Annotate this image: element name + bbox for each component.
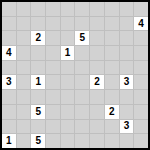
cell-r9c5[interactable] — [75, 134, 89, 148]
cell-r3c3[interactable] — [46, 46, 60, 60]
cell-r4c4[interactable] — [61, 61, 75, 75]
cell-r4c0[interactable] — [2, 61, 16, 75]
clue-cell-r2c5: 5 — [75, 31, 89, 45]
puzzle-grid: 42541312352315 — [2, 2, 148, 148]
cell-r9c9[interactable] — [134, 134, 148, 148]
cell-r9c7[interactable] — [105, 134, 119, 148]
cell-r6c3[interactable] — [46, 90, 60, 104]
cell-r0c7[interactable] — [105, 2, 119, 16]
cell-r4c9[interactable] — [134, 61, 148, 75]
cell-r1c6[interactable] — [90, 17, 104, 31]
cell-r0c1[interactable] — [17, 2, 31, 16]
cell-r1c1[interactable] — [17, 17, 31, 31]
cell-r2c9[interactable] — [134, 31, 148, 45]
cell-r4c6[interactable] — [90, 61, 104, 75]
cell-r8c5[interactable] — [75, 120, 89, 134]
cell-r3c1[interactable] — [17, 46, 31, 60]
cell-r6c6[interactable] — [90, 90, 104, 104]
cell-r0c4[interactable] — [61, 2, 75, 16]
clue-cell-r8c8: 3 — [120, 120, 134, 134]
cell-r2c7[interactable] — [105, 31, 119, 45]
clue-cell-r2c2: 2 — [31, 31, 45, 45]
cell-r5c4[interactable] — [61, 75, 75, 89]
cell-r3c5[interactable] — [75, 46, 89, 60]
cell-r6c0[interactable] — [2, 90, 16, 104]
cell-r3c8[interactable] — [120, 46, 134, 60]
clue-cell-r9c0: 1 — [2, 134, 16, 148]
cell-r6c8[interactable] — [120, 90, 134, 104]
cell-r3c9[interactable] — [134, 46, 148, 60]
cell-r8c9[interactable] — [134, 120, 148, 134]
cell-r2c1[interactable] — [17, 31, 31, 45]
cell-r9c8[interactable] — [120, 134, 134, 148]
cell-r3c6[interactable] — [90, 46, 104, 60]
cell-r7c4[interactable] — [61, 105, 75, 119]
cell-r6c1[interactable] — [17, 90, 31, 104]
cell-r6c2[interactable] — [31, 90, 45, 104]
cell-r2c6[interactable] — [90, 31, 104, 45]
cell-r6c9[interactable] — [134, 90, 148, 104]
cell-r7c8[interactable] — [120, 105, 134, 119]
cell-r8c2[interactable] — [31, 120, 45, 134]
cell-r1c7[interactable] — [105, 17, 119, 31]
nurikabe-board: 42541312352315 — [0, 0, 150, 150]
cell-r9c1[interactable] — [17, 134, 31, 148]
clue-cell-r5c8: 3 — [120, 75, 134, 89]
cell-r7c3[interactable] — [46, 105, 60, 119]
clue-cell-r7c2: 5 — [31, 105, 45, 119]
cell-r2c3[interactable] — [46, 31, 60, 45]
cell-r4c5[interactable] — [75, 61, 89, 75]
clue-cell-r5c2: 1 — [31, 75, 45, 89]
clue-cell-r1c9: 4 — [134, 17, 148, 31]
clue-cell-r5c0: 3 — [2, 75, 16, 89]
cell-r8c6[interactable] — [90, 120, 104, 134]
cell-r7c9[interactable] — [134, 105, 148, 119]
cell-r3c2[interactable] — [31, 46, 45, 60]
clue-cell-r5c6: 2 — [90, 75, 104, 89]
cell-r8c4[interactable] — [61, 120, 75, 134]
cell-r4c3[interactable] — [46, 61, 60, 75]
clue-cell-r3c0: 4 — [2, 46, 16, 60]
cell-r7c0[interactable] — [2, 105, 16, 119]
cell-r9c4[interactable] — [61, 134, 75, 148]
cell-r1c2[interactable] — [31, 17, 45, 31]
cell-r8c3[interactable] — [46, 120, 60, 134]
cell-r5c7[interactable] — [105, 75, 119, 89]
cell-r4c1[interactable] — [17, 61, 31, 75]
cell-r8c1[interactable] — [17, 120, 31, 134]
cell-r2c4[interactable] — [61, 31, 75, 45]
cell-r4c2[interactable] — [31, 61, 45, 75]
cell-r5c3[interactable] — [46, 75, 60, 89]
cell-r4c8[interactable] — [120, 61, 134, 75]
cell-r5c5[interactable] — [75, 75, 89, 89]
cell-r2c8[interactable] — [120, 31, 134, 45]
cell-r1c4[interactable] — [61, 17, 75, 31]
cell-r9c6[interactable] — [90, 134, 104, 148]
clue-cell-r3c4: 1 — [61, 46, 75, 60]
cell-r1c8[interactable] — [120, 17, 134, 31]
cell-r4c7[interactable] — [105, 61, 119, 75]
cell-r0c6[interactable] — [90, 2, 104, 16]
cell-r0c8[interactable] — [120, 2, 134, 16]
cell-r1c3[interactable] — [46, 17, 60, 31]
clue-cell-r7c7: 2 — [105, 105, 119, 119]
cell-r6c4[interactable] — [61, 90, 75, 104]
cell-r0c2[interactable] — [31, 2, 45, 16]
cell-r7c5[interactable] — [75, 105, 89, 119]
cell-r8c7[interactable] — [105, 120, 119, 134]
cell-r3c7[interactable] — [105, 46, 119, 60]
cell-r7c6[interactable] — [90, 105, 104, 119]
cell-r0c3[interactable] — [46, 2, 60, 16]
cell-r2c0[interactable] — [2, 31, 16, 45]
cell-r8c0[interactable] — [2, 120, 16, 134]
cell-r0c0[interactable] — [2, 2, 16, 16]
cell-r7c1[interactable] — [17, 105, 31, 119]
clue-cell-r9c2: 5 — [31, 134, 45, 148]
cell-r5c9[interactable] — [134, 75, 148, 89]
cell-r6c7[interactable] — [105, 90, 119, 104]
cell-r1c0[interactable] — [2, 17, 16, 31]
cell-r0c5[interactable] — [75, 2, 89, 16]
cell-r0c9[interactable] — [134, 2, 148, 16]
cell-r9c3[interactable] — [46, 134, 60, 148]
cell-r1c5[interactable] — [75, 17, 89, 31]
cell-r5c1[interactable] — [17, 75, 31, 89]
cell-r6c5[interactable] — [75, 90, 89, 104]
